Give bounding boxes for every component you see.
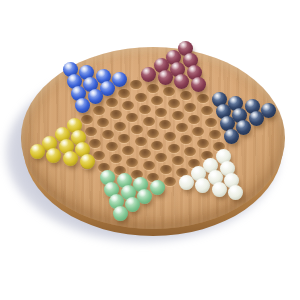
board-hole[interactable]: [172, 156, 184, 165]
board-hole[interactable]: [197, 94, 209, 103]
board-hole[interactable]: [93, 151, 105, 160]
board-hole[interactable]: [130, 80, 142, 89]
marble-yellow[interactable]: [80, 154, 95, 169]
board-hole[interactable]: [151, 141, 163, 150]
board-hole[interactable]: [143, 117, 155, 126]
board-hole[interactable]: [163, 87, 175, 96]
board-hole[interactable]: [201, 106, 213, 115]
board-hole[interactable]: [126, 158, 138, 167]
board-hole[interactable]: [118, 89, 130, 98]
board-hole[interactable]: [151, 96, 163, 105]
board-hole[interactable]: [89, 139, 101, 148]
marble-yellow[interactable]: [46, 148, 61, 163]
chinese-checkers-scene: [0, 0, 300, 300]
marble-blue[interactable]: [112, 72, 127, 87]
board-hole[interactable]: [164, 132, 176, 141]
marble-blue[interactable]: [75, 98, 90, 113]
board-hole[interactable]: [110, 110, 122, 119]
board-hole[interactable]: [180, 91, 192, 100]
board-hole[interactable]: [106, 142, 118, 151]
marble-maroon[interactable]: [191, 77, 206, 92]
marble-yellow[interactable]: [30, 144, 45, 159]
board-hole[interactable]: [184, 147, 196, 156]
board-hole[interactable]: [139, 149, 151, 158]
marble-blue[interactable]: [88, 89, 103, 104]
board-hole[interactable]: [155, 108, 167, 117]
board-hole[interactable]: [147, 84, 159, 93]
board-hole[interactable]: [155, 153, 167, 162]
marble-white[interactable]: [195, 178, 210, 193]
marble-white[interactable]: [179, 175, 194, 190]
marble-green[interactable]: [150, 180, 165, 195]
board-hole[interactable]: [205, 118, 217, 127]
marble-navy[interactable]: [224, 129, 239, 144]
board-hole[interactable]: [126, 113, 138, 122]
board-hole[interactable]: [122, 146, 134, 155]
board-hole[interactable]: [97, 118, 109, 127]
marble-navy[interactable]: [249, 111, 264, 126]
board-hole[interactable]: [197, 139, 209, 148]
board-hole[interactable]: [85, 127, 97, 136]
board-hole[interactable]: [139, 105, 151, 114]
board-hole[interactable]: [184, 103, 196, 112]
board-hole[interactable]: [168, 144, 180, 153]
marble-white[interactable]: [228, 185, 243, 200]
board-hole[interactable]: [122, 101, 134, 110]
board-hole[interactable]: [131, 125, 143, 134]
board-hole[interactable]: [135, 93, 147, 102]
board-hole[interactable]: [81, 115, 93, 124]
board-hole[interactable]: [160, 165, 172, 174]
board-hole[interactable]: [180, 135, 192, 144]
board-hole[interactable]: [192, 127, 204, 136]
board-hole[interactable]: [176, 123, 188, 132]
board-hole[interactable]: [118, 134, 130, 143]
marble-yellow[interactable]: [63, 151, 78, 166]
board-hole[interactable]: [106, 98, 118, 107]
marble-white[interactable]: [212, 182, 227, 197]
marble-navy[interactable]: [236, 120, 251, 135]
board-hole[interactable]: [110, 154, 122, 163]
marble-maroon[interactable]: [141, 67, 156, 82]
star-holes-and-marbles-layer: [0, 0, 300, 300]
marble-maroon[interactable]: [174, 74, 189, 89]
board-hole[interactable]: [147, 129, 159, 138]
board-hole[interactable]: [114, 122, 126, 131]
board-hole[interactable]: [209, 130, 221, 139]
board-hole[interactable]: [164, 177, 176, 186]
board-hole[interactable]: [102, 130, 114, 139]
board-hole[interactable]: [143, 161, 155, 170]
board-hole[interactable]: [168, 99, 180, 108]
marble-green[interactable]: [113, 206, 128, 221]
board-hole[interactable]: [135, 137, 147, 146]
board-hole[interactable]: [188, 115, 200, 124]
marble-maroon[interactable]: [158, 70, 173, 85]
board-hole[interactable]: [172, 111, 184, 120]
board-hole[interactable]: [93, 106, 105, 115]
board-hole[interactable]: [159, 120, 171, 129]
